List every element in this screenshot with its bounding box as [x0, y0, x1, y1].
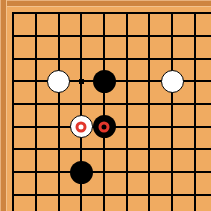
- grid-line-horizontal: [12, 103, 211, 105]
- grid-line-horizontal: [12, 12, 211, 14]
- grid-line-vertical: [12, 12, 14, 211]
- board-frame-left-edge: [0, 0, 7, 211]
- grid-line-vertical: [126, 12, 128, 211]
- board-frame-top-edge: [0, 0, 211, 7]
- grid-line-vertical: [35, 12, 37, 211]
- grid-line-horizontal: [12, 148, 211, 150]
- grid-line-vertical: [58, 12, 60, 211]
- black-stone: [70, 161, 93, 184]
- star-point-marker: [79, 79, 84, 84]
- circle-mark-icon: [99, 121, 110, 132]
- grid-line-horizontal: [12, 194, 211, 196]
- grid-line-vertical: [103, 12, 105, 211]
- circle-mark-icon: [76, 121, 87, 132]
- grid-line-horizontal: [12, 171, 211, 173]
- black-stone: [93, 115, 116, 138]
- white-stone: [70, 115, 93, 138]
- grid-line-horizontal: [12, 58, 211, 60]
- white-stone: [47, 70, 70, 93]
- black-stone: [93, 70, 116, 93]
- grid-line-horizontal: [12, 35, 211, 37]
- white-stone: [161, 70, 184, 93]
- grid-line-vertical: [171, 12, 173, 211]
- go-board-diagram: [0, 0, 211, 211]
- grid-line-vertical: [194, 12, 196, 211]
- grid-line-vertical: [148, 12, 150, 211]
